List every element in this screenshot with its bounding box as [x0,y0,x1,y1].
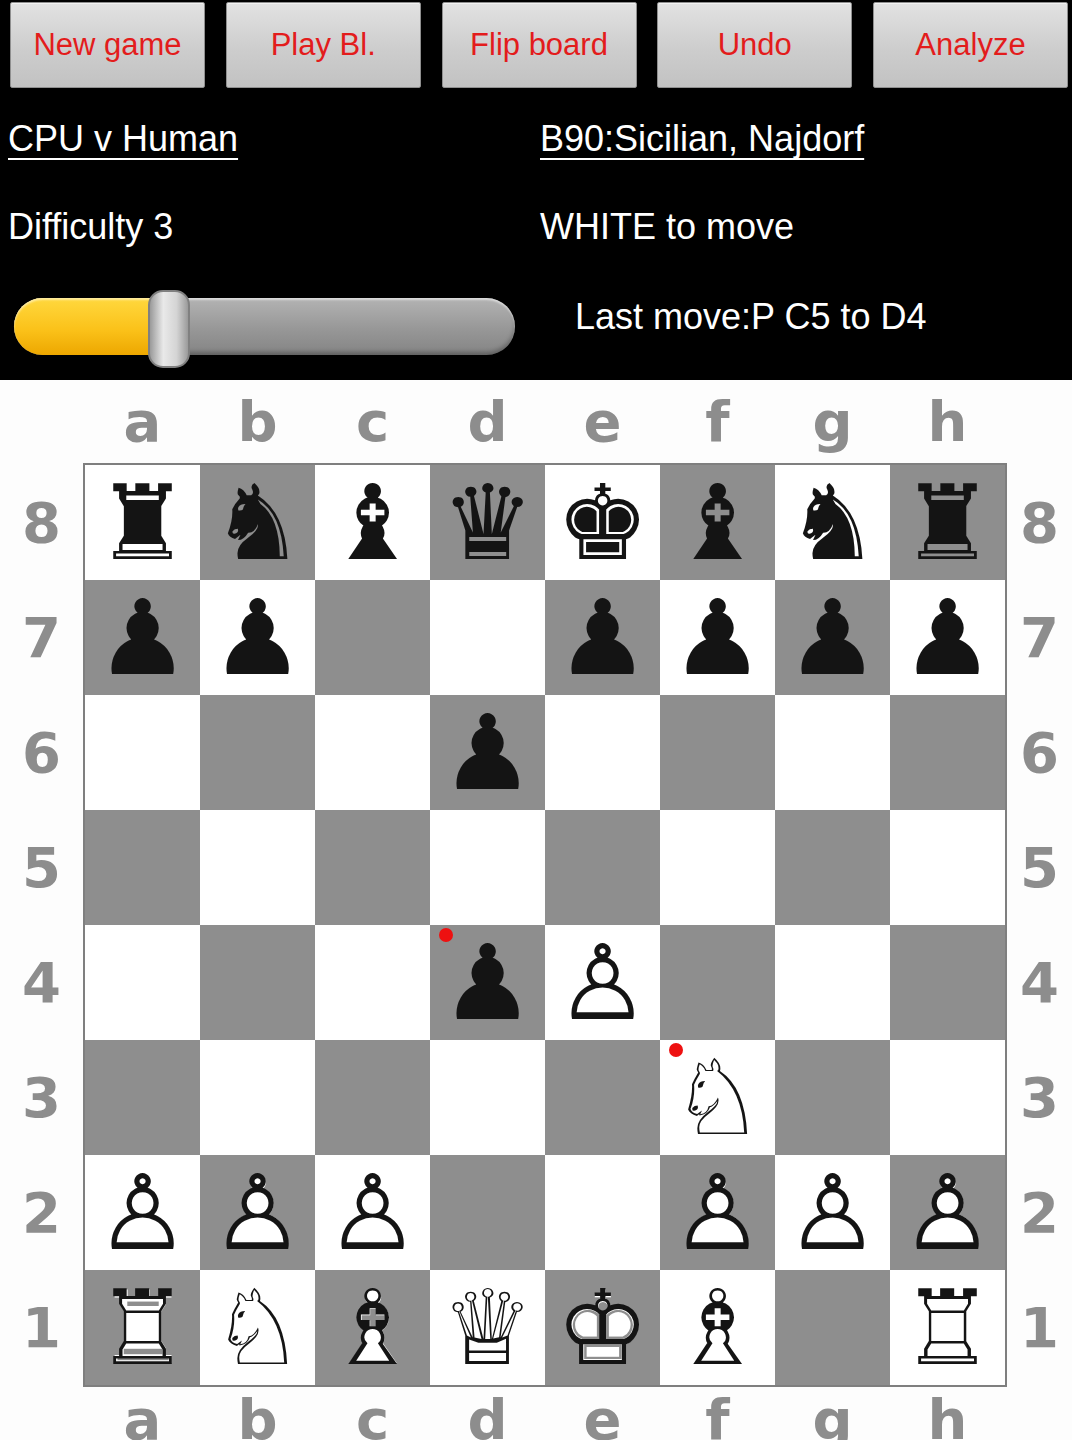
square-f1[interactable]: ♝♗ [660,1270,775,1385]
square-h7[interactable]: ♟ [890,580,1005,695]
white-pawn: ♙ [96,1161,189,1265]
file-label-f-bottom: f [660,1387,775,1440]
square-f5[interactable] [660,810,775,925]
black-rook: ♜ [96,471,189,575]
square-c8[interactable]: ♝ [315,465,430,580]
white-king: ♔ [556,1276,649,1380]
square-a2[interactable]: ♟♙ [85,1155,200,1270]
square-c3[interactable] [315,1040,430,1155]
rank-label-4-right: 4 [1007,925,1072,1040]
square-b7[interactable]: ♟ [200,580,315,695]
new-game-button[interactable]: New game [10,2,205,88]
square-d5[interactable] [430,810,545,925]
square-g5[interactable] [775,810,890,925]
square-e5[interactable] [545,810,660,925]
last-move-dot-f3 [669,1043,683,1057]
square-h1[interactable]: ♜♖ [890,1270,1005,1385]
rank-labels-right: 87654321 [1007,465,1072,1385]
rank-label-7-left: 7 [0,580,83,695]
square-b4[interactable] [200,925,315,1040]
square-d2[interactable] [430,1155,545,1270]
black-pawn: ♟ [96,586,189,690]
file-labels-bottom: abcdefgh [85,1387,1005,1440]
square-d1[interactable]: ♛♕ [430,1270,545,1385]
black-pawn: ♟ [441,701,534,805]
last-move-dot-d4 [439,928,453,942]
rank-label-2-right: 2 [1007,1155,1072,1270]
black-pawn: ♟ [671,586,764,690]
square-g3[interactable] [775,1040,890,1155]
rank-label-5-left: 5 [0,810,83,925]
difficulty-label: Difficulty 3 [8,206,173,248]
square-g4[interactable] [775,925,890,1040]
white-rook: ♖ [901,1276,994,1380]
square-g8[interactable]: ♞ [775,465,890,580]
white-bishop: ♗ [326,1276,419,1380]
square-d6[interactable]: ♟ [430,695,545,810]
square-a7[interactable]: ♟ [85,580,200,695]
square-g7[interactable]: ♟ [775,580,890,695]
square-h3[interactable] [890,1040,1005,1155]
square-f2[interactable]: ♟♙ [660,1155,775,1270]
square-b8[interactable]: ♞ [200,465,315,580]
square-c6[interactable] [315,695,430,810]
rank-label-3-left: 3 [0,1040,83,1155]
square-b6[interactable] [200,695,315,810]
file-label-c-bottom: c [315,1387,430,1440]
square-f7[interactable]: ♟ [660,580,775,695]
white-pawn: ♙ [786,1161,879,1265]
black-pawn: ♟ [211,586,304,690]
square-d7[interactable] [430,580,545,695]
square-c5[interactable] [315,810,430,925]
square-f4[interactable] [660,925,775,1040]
file-label-g-bottom: g [775,1387,890,1440]
file-label-a-top: a [85,380,200,463]
white-queen: ♕ [441,1276,534,1380]
play-black-button[interactable]: Play Bl. [226,2,421,88]
flip-board-button[interactable]: Flip board [442,2,637,88]
white-knight: ♘ [671,1046,764,1150]
top-panel: New game Play Bl. Flip board Undo Analyz… [0,0,1072,380]
square-c4[interactable] [315,925,430,1040]
black-bishop: ♝ [671,471,764,575]
file-label-c-top: c [315,380,430,463]
rank-labels-left: 87654321 [0,465,83,1385]
black-knight: ♞ [211,471,304,575]
white-bishop: ♗ [671,1276,764,1380]
rank-label-5-right: 5 [1007,810,1072,925]
square-h2[interactable]: ♟♙ [890,1155,1005,1270]
square-d4[interactable]: ♟ [430,925,545,1040]
square-a4[interactable] [85,925,200,1040]
square-f6[interactable] [660,695,775,810]
rank-label-8-right: 8 [1007,465,1072,580]
rank-label-3-right: 3 [1007,1040,1072,1155]
square-g6[interactable] [775,695,890,810]
undo-button[interactable]: Undo [657,2,852,88]
white-pawn: ♙ [671,1161,764,1265]
square-h6[interactable] [890,695,1005,810]
turn-indicator: WHITE to move [540,206,794,248]
black-king: ♚ [556,471,649,575]
square-a1[interactable]: ♜♖ [85,1270,200,1385]
slider-thumb[interactable] [148,290,190,368]
file-label-e-top: e [545,380,660,463]
square-a3[interactable] [85,1040,200,1155]
black-pawn: ♟ [556,586,649,690]
difficulty-slider [14,290,515,368]
white-pawn: ♙ [326,1161,419,1265]
rank-label-1-right: 1 [1007,1270,1072,1385]
square-a8[interactable]: ♜ [85,465,200,580]
white-pawn: ♙ [901,1161,994,1265]
square-b5[interactable] [200,810,315,925]
square-b1[interactable]: ♞♘ [200,1270,315,1385]
square-e3[interactable] [545,1040,660,1155]
opening-label[interactable]: B90:Sicilian, Najdorf [540,118,864,160]
black-pawn: ♟ [441,931,534,1035]
rank-label-6-left: 6 [0,695,83,810]
white-rook: ♖ [96,1276,189,1380]
rank-label-2-left: 2 [0,1155,83,1270]
white-pawn: ♙ [556,931,649,1035]
square-g2[interactable]: ♟♙ [775,1155,890,1270]
black-rook: ♜ [901,471,994,575]
slider-fill [14,298,169,355]
board-area: abcdefgh 87654321 ♜♞♝♛♚♝♞♜♟♟♟♟♟♟♟♟♟♙♞♘♟♙… [0,380,1072,1440]
square-e2[interactable] [545,1155,660,1270]
square-f3[interactable]: ♞♘ [660,1040,775,1155]
rank-label-7-right: 7 [1007,580,1072,695]
square-e7[interactable]: ♟ [545,580,660,695]
file-label-f-top: f [660,380,775,463]
black-pawn: ♟ [786,586,879,690]
white-knight: ♘ [211,1276,304,1380]
file-label-d-top: d [430,380,545,463]
square-e6[interactable] [545,695,660,810]
square-c7[interactable] [315,580,430,695]
square-e8[interactable]: ♚ [545,465,660,580]
board: ♜♞♝♛♚♝♞♜♟♟♟♟♟♟♟♟♟♙♞♘♟♙♟♙♟♙♟♙♟♙♟♙♜♖♞♘♝♗♛♕… [83,463,1007,1387]
square-d3[interactable] [430,1040,545,1155]
rank-label-8-left: 8 [0,465,83,580]
square-b3[interactable] [200,1040,315,1155]
square-h4[interactable] [890,925,1005,1040]
file-label-b-bottom: b [200,1387,315,1440]
black-queen: ♛ [441,471,534,575]
square-a5[interactable] [85,810,200,925]
file-label-h-bottom: h [890,1387,1005,1440]
square-c1[interactable]: ♝♗ [315,1270,430,1385]
square-d8[interactable]: ♛ [430,465,545,580]
file-label-b-top: b [200,380,315,463]
file-label-g-top: g [775,380,890,463]
square-e1[interactable]: ♚♔ [545,1270,660,1385]
file-label-e-bottom: e [545,1387,660,1440]
file-labels-top: abcdefgh [85,380,1005,463]
square-e4[interactable]: ♟♙ [545,925,660,1040]
analyze-button[interactable]: Analyze [873,2,1068,88]
black-pawn: ♟ [901,586,994,690]
last-move-label: Last move:P C5 to D4 [575,296,927,338]
square-h5[interactable] [890,810,1005,925]
rank-label-6-right: 6 [1007,695,1072,810]
square-b2[interactable]: ♟♙ [200,1155,315,1270]
black-bishop: ♝ [326,471,419,575]
black-knight: ♞ [786,471,879,575]
players-label[interactable]: CPU v Human [8,118,238,160]
file-label-d-bottom: d [430,1387,545,1440]
rank-label-4-left: 4 [0,925,83,1040]
file-label-h-top: h [890,380,1005,463]
square-a6[interactable] [85,695,200,810]
white-pawn: ♙ [211,1161,304,1265]
toolbar: New game Play Bl. Flip board Undo Analyz… [10,2,1068,88]
square-g1[interactable] [775,1270,890,1385]
square-f8[interactable]: ♝ [660,465,775,580]
rank-label-1-left: 1 [0,1270,83,1385]
square-h8[interactable]: ♜ [890,465,1005,580]
square-c2[interactable]: ♟♙ [315,1155,430,1270]
file-label-a-bottom: a [85,1387,200,1440]
